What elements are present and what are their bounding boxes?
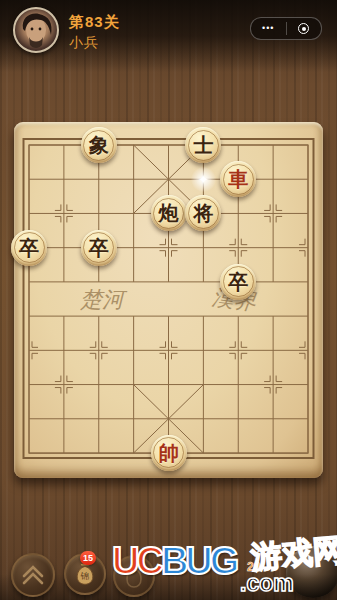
piece-glyph: 炮 xyxy=(159,195,179,231)
piece-black-soldier[interactable]: 卒 xyxy=(81,230,117,266)
player-avatar[interactable] xyxy=(13,7,59,53)
piece-glyph: 象 xyxy=(89,127,109,163)
piece-glyph: 帥 xyxy=(159,435,179,471)
piece-black-elephant[interactable]: 象 xyxy=(81,127,117,163)
xiangqi-board[interactable]: 楚河 漢界 xyxy=(14,122,323,478)
more-options-button[interactable]: ••• xyxy=(251,18,286,39)
expand-menu-button[interactable] xyxy=(11,553,55,597)
board-grid: 楚河 漢界 xyxy=(14,122,323,478)
prop-bottle-button[interactable] xyxy=(113,555,155,597)
player-rank: 小兵 xyxy=(69,34,99,52)
piece-glyph: 卒 xyxy=(89,230,109,266)
bag-count-badge: 15 xyxy=(80,551,96,565)
minimize-button[interactable] xyxy=(287,23,322,34)
piece-glyph: 士 xyxy=(193,127,213,163)
move-highlight-sparkle: ✦ xyxy=(191,167,216,192)
piece-glyph: 将 xyxy=(193,195,213,231)
svg-text:锦: 锦 xyxy=(80,571,90,581)
ellipsis-icon: ••• xyxy=(262,23,274,33)
watermark-year: 20 xyxy=(247,560,260,574)
piece-black-soldier[interactable]: 卒 xyxy=(220,264,256,300)
piece-black-soldier[interactable]: 卒 xyxy=(11,230,47,266)
avatar-face-icon xyxy=(15,9,57,51)
piece-glyph: 卒 xyxy=(228,264,248,300)
double-chevron-up-icon xyxy=(20,563,46,587)
piece-glyph: 卒 xyxy=(19,230,39,266)
header-bar: 第83关 小兵 ••• xyxy=(0,0,337,72)
piece-black-cannon[interactable]: 炮 xyxy=(151,195,187,231)
piece-red-general[interactable]: 帥 xyxy=(151,435,187,471)
river-label-left: 楚河 xyxy=(80,287,128,312)
wechat-capsule: ••• xyxy=(250,17,322,40)
target-circle-icon xyxy=(298,23,309,34)
piece-glyph: 車 xyxy=(228,161,248,197)
app-screen: 第83关 小兵 ••• 楚河 漢界 象士車炮将卒卒卒帥 ✦ xyxy=(0,0,337,600)
bottle-icon xyxy=(123,563,145,589)
level-title: 第83关 xyxy=(69,13,120,32)
